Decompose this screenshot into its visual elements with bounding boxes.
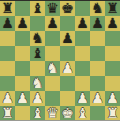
piece-black-knight[interactable]: ♞ <box>91 1 104 16</box>
piece-black-pawn[interactable]: ♟ <box>61 31 74 46</box>
square-h4[interactable] <box>105 61 120 76</box>
square-e8[interactable]: ♚ <box>60 1 75 16</box>
square-a7[interactable]: ♟ <box>0 16 15 31</box>
piece-white-queen[interactable]: ♛ <box>46 106 59 121</box>
square-g4[interactable] <box>90 61 105 76</box>
square-f8[interactable] <box>75 1 90 16</box>
square-d1[interactable]: ♛ <box>45 106 60 121</box>
square-f2[interactable]: ♟ <box>75 91 90 106</box>
square-e7[interactable] <box>60 16 75 31</box>
piece-black-queen[interactable]: ♛ <box>46 1 59 16</box>
square-h2[interactable]: ♟ <box>105 91 120 106</box>
square-e1[interactable]: ♚ <box>60 106 75 121</box>
square-b8[interactable] <box>15 1 30 16</box>
square-b1[interactable] <box>15 106 30 121</box>
piece-black-pawn[interactable]: ♟ <box>106 16 119 31</box>
square-b2[interactable]: ♟ <box>15 91 30 106</box>
square-c3[interactable]: ♞ <box>30 76 45 91</box>
square-d4[interactable]: ♞ <box>45 61 60 76</box>
square-d2[interactable] <box>45 91 60 106</box>
square-a1[interactable]: ♜ <box>0 106 15 121</box>
piece-white-rook[interactable]: ♜ <box>1 106 14 121</box>
piece-black-rook[interactable]: ♜ <box>1 1 14 16</box>
square-g1[interactable] <box>90 106 105 121</box>
piece-white-bishop[interactable]: ♝ <box>31 106 44 121</box>
piece-white-pawn[interactable]: ♟ <box>91 91 104 106</box>
square-d6[interactable] <box>45 31 60 46</box>
square-d3[interactable] <box>45 76 60 91</box>
piece-white-knight[interactable]: ♞ <box>46 61 59 76</box>
square-g3[interactable] <box>90 76 105 91</box>
square-e3[interactable] <box>60 76 75 91</box>
square-f6[interactable] <box>75 31 90 46</box>
square-g6[interactable] <box>90 31 105 46</box>
square-a3[interactable] <box>0 76 15 91</box>
square-c6[interactable]: ♞ <box>30 31 45 46</box>
square-d5[interactable] <box>45 46 60 61</box>
piece-black-pawn[interactable]: ♟ <box>76 16 89 31</box>
square-b7[interactable]: ♟ <box>15 16 30 31</box>
square-g7[interactable]: ♟ <box>90 16 105 31</box>
square-d7[interactable]: ♟ <box>45 16 60 31</box>
square-f3[interactable] <box>75 76 90 91</box>
piece-white-king[interactable]: ♚ <box>61 106 74 121</box>
square-c2[interactable]: ♟ <box>30 91 45 106</box>
piece-white-knight[interactable]: ♞ <box>31 76 44 91</box>
square-b6[interactable] <box>15 31 30 46</box>
square-f7[interactable]: ♟ <box>75 16 90 31</box>
square-e5[interactable] <box>60 46 75 61</box>
piece-black-pawn[interactable]: ♟ <box>16 16 29 31</box>
square-c7[interactable] <box>30 16 45 31</box>
piece-white-pawn[interactable]: ♟ <box>76 91 89 106</box>
square-c1[interactable]: ♝ <box>30 106 45 121</box>
square-g2[interactable]: ♟ <box>90 91 105 106</box>
chess-board-window: ♜♝♛♚♞♜♟♟♟♟♟♟♞♟♝♞♟♞♟♟♟♟♟♟♜♝♛♚♝♜ <box>0 0 120 121</box>
square-d8[interactable]: ♛ <box>45 1 60 16</box>
square-e4[interactable]: ♟ <box>60 61 75 76</box>
square-c4[interactable] <box>30 61 45 76</box>
square-c5[interactable]: ♝ <box>30 46 45 61</box>
square-a8[interactable]: ♜ <box>0 1 15 16</box>
square-h8[interactable]: ♜ <box>105 1 120 16</box>
chess-board: ♜♝♛♚♞♜♟♟♟♟♟♟♞♟♝♞♟♞♟♟♟♟♟♟♜♝♛♚♝♜ <box>0 0 120 120</box>
square-h3[interactable] <box>105 76 120 91</box>
square-b5[interactable] <box>15 46 30 61</box>
square-e6[interactable]: ♟ <box>60 31 75 46</box>
piece-black-knight[interactable]: ♞ <box>31 31 44 46</box>
square-h6[interactable] <box>105 31 120 46</box>
piece-white-pawn[interactable]: ♟ <box>16 91 29 106</box>
piece-white-pawn[interactable]: ♟ <box>106 91 119 106</box>
piece-white-pawn[interactable]: ♟ <box>1 91 14 106</box>
square-f1[interactable]: ♝ <box>75 106 90 121</box>
square-g8[interactable]: ♞ <box>90 1 105 16</box>
square-e2[interactable] <box>60 91 75 106</box>
piece-black-pawn[interactable]: ♟ <box>46 16 59 31</box>
piece-black-bishop[interactable]: ♝ <box>31 1 44 16</box>
piece-black-pawn[interactable]: ♟ <box>1 16 14 31</box>
piece-black-pawn[interactable]: ♟ <box>91 16 104 31</box>
piece-black-king[interactable]: ♚ <box>61 1 74 16</box>
board-bottom-edge <box>0 120 120 121</box>
square-f4[interactable] <box>75 61 90 76</box>
square-a2[interactable]: ♟ <box>0 91 15 106</box>
piece-black-rook[interactable]: ♜ <box>106 1 119 16</box>
piece-white-bishop[interactable]: ♝ <box>76 106 89 121</box>
square-h5[interactable] <box>105 46 120 61</box>
square-c8[interactable]: ♝ <box>30 1 45 16</box>
square-g5[interactable] <box>90 46 105 61</box>
square-a5[interactable] <box>0 46 15 61</box>
square-b3[interactable] <box>15 76 30 91</box>
piece-white-rook[interactable]: ♜ <box>106 106 119 121</box>
square-f5[interactable] <box>75 46 90 61</box>
piece-white-pawn[interactable]: ♟ <box>31 91 44 106</box>
piece-black-bishop[interactable]: ♝ <box>31 46 44 61</box>
square-h7[interactable]: ♟ <box>105 16 120 31</box>
square-a4[interactable] <box>0 61 15 76</box>
square-h1[interactable]: ♜ <box>105 106 120 121</box>
piece-white-pawn[interactable]: ♟ <box>61 61 74 76</box>
square-a6[interactable] <box>0 31 15 46</box>
square-b4[interactable] <box>15 61 30 76</box>
